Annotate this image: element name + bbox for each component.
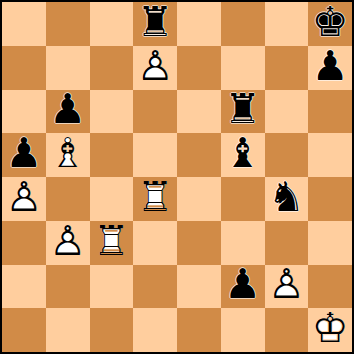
square-g1[interactable] [265,308,309,352]
piece-white-rook[interactable]: ♜♖ [90,221,134,265]
square-b7[interactable] [46,46,90,90]
square-h5[interactable] [308,133,352,177]
square-c3[interactable]: ♜♖ [90,221,134,265]
white-pawn-outline: ♙ [268,264,305,305]
square-b8[interactable] [46,2,90,46]
square-h3[interactable] [308,221,352,265]
white-rook-outline: ♖ [93,220,130,261]
square-f2[interactable]: ♟♙ [221,265,265,309]
piece-black-knight[interactable]: ♞♘ [265,177,309,221]
square-a6[interactable] [2,90,46,134]
square-h1[interactable]: ♚♔ [308,308,352,352]
black-pawn-glyph: ♟ [224,264,261,305]
white-rook-outline: ♖ [137,177,174,218]
square-b4[interactable] [46,177,90,221]
square-g7[interactable] [265,46,309,90]
square-f8[interactable] [221,2,265,46]
piece-black-pawn[interactable]: ♟♙ [46,90,90,134]
piece-black-pawn[interactable]: ♟♙ [221,265,265,309]
square-g3[interactable] [265,221,309,265]
white-pawn-outline: ♙ [49,220,86,261]
square-a7[interactable] [2,46,46,90]
square-e3[interactable] [177,221,221,265]
square-e6[interactable] [177,90,221,134]
white-pawn-outline: ♙ [137,45,174,86]
square-f1[interactable] [221,308,265,352]
square-h6[interactable] [308,90,352,134]
square-e5[interactable] [177,133,221,177]
square-f6[interactable]: ♜♖ [221,90,265,134]
piece-white-pawn[interactable]: ♟♙ [2,177,46,221]
square-c1[interactable] [90,308,134,352]
black-rook-glyph: ♜ [224,89,261,130]
piece-black-king[interactable]: ♚♔ [308,2,352,46]
piece-white-king[interactable]: ♚♔ [308,308,352,352]
black-bishop-glyph: ♝ [224,133,261,174]
white-king-outline: ♔ [312,308,349,349]
black-king-glyph: ♚ [312,2,349,43]
piece-black-pawn[interactable]: ♟♙ [308,46,352,90]
black-pawn-glyph: ♟ [312,45,349,86]
square-e2[interactable] [177,265,221,309]
square-c7[interactable] [90,46,134,90]
square-b2[interactable] [46,265,90,309]
square-b6[interactable]: ♟♙ [46,90,90,134]
square-d4[interactable]: ♜♖ [133,177,177,221]
square-g5[interactable] [265,133,309,177]
piece-black-pawn[interactable]: ♟♙ [2,133,46,177]
square-b5[interactable]: ♝♗ [46,133,90,177]
black-pawn-glyph: ♟ [5,133,42,174]
square-h8[interactable]: ♚♔ [308,2,352,46]
piece-black-rook[interactable]: ♜♖ [221,90,265,134]
square-f4[interactable] [221,177,265,221]
square-h4[interactable] [308,177,352,221]
square-g4[interactable]: ♞♘ [265,177,309,221]
square-a8[interactable] [2,2,46,46]
square-h7[interactable]: ♟♙ [308,46,352,90]
piece-white-bishop[interactable]: ♝♗ [46,133,90,177]
square-e7[interactable] [177,46,221,90]
board-grid: ♜♖♚♔♟♙♟♙♟♙♜♖♟♙♝♗♝♗♟♙♜♖♞♘♟♙♜♖♟♙♟♙♚♔ [2,2,352,352]
square-e4[interactable] [177,177,221,221]
black-pawn-glyph: ♟ [49,89,86,130]
piece-black-rook[interactable]: ♜♖ [133,2,177,46]
square-b1[interactable] [46,308,90,352]
piece-white-rook[interactable]: ♜♖ [133,177,177,221]
square-f3[interactable] [221,221,265,265]
piece-white-pawn[interactable]: ♟♙ [265,265,309,309]
white-pawn-outline: ♙ [5,177,42,218]
black-rook-glyph: ♜ [137,2,174,43]
square-d3[interactable] [133,221,177,265]
square-a1[interactable] [2,308,46,352]
square-a4[interactable]: ♟♙ [2,177,46,221]
square-a5[interactable]: ♟♙ [2,133,46,177]
square-d1[interactable] [133,308,177,352]
square-c4[interactable] [90,177,134,221]
black-knight-glyph: ♞ [268,177,305,218]
square-d5[interactable] [133,133,177,177]
piece-white-pawn[interactable]: ♟♙ [46,221,90,265]
square-c8[interactable] [90,2,134,46]
chess-board: ♜♖♚♔♟♙♟♙♟♙♜♖♟♙♝♗♝♗♟♙♜♖♞♘♟♙♜♖♟♙♟♙♚♔ [0,0,354,354]
square-c5[interactable] [90,133,134,177]
piece-black-bishop[interactable]: ♝♗ [221,133,265,177]
square-a2[interactable] [2,265,46,309]
square-g8[interactable] [265,2,309,46]
square-c6[interactable] [90,90,134,134]
square-d7[interactable]: ♟♙ [133,46,177,90]
square-a3[interactable] [2,221,46,265]
piece-white-pawn[interactable]: ♟♙ [133,46,177,90]
square-f5[interactable]: ♝♗ [221,133,265,177]
square-e1[interactable] [177,308,221,352]
square-d2[interactable] [133,265,177,309]
square-c2[interactable] [90,265,134,309]
white-bishop-outline: ♗ [49,133,86,174]
square-h2[interactable] [308,265,352,309]
square-b3[interactable]: ♟♙ [46,221,90,265]
square-d6[interactable] [133,90,177,134]
square-g6[interactable] [265,90,309,134]
square-f7[interactable] [221,46,265,90]
square-g2[interactable]: ♟♙ [265,265,309,309]
square-d8[interactable]: ♜♖ [133,2,177,46]
square-e8[interactable] [177,2,221,46]
